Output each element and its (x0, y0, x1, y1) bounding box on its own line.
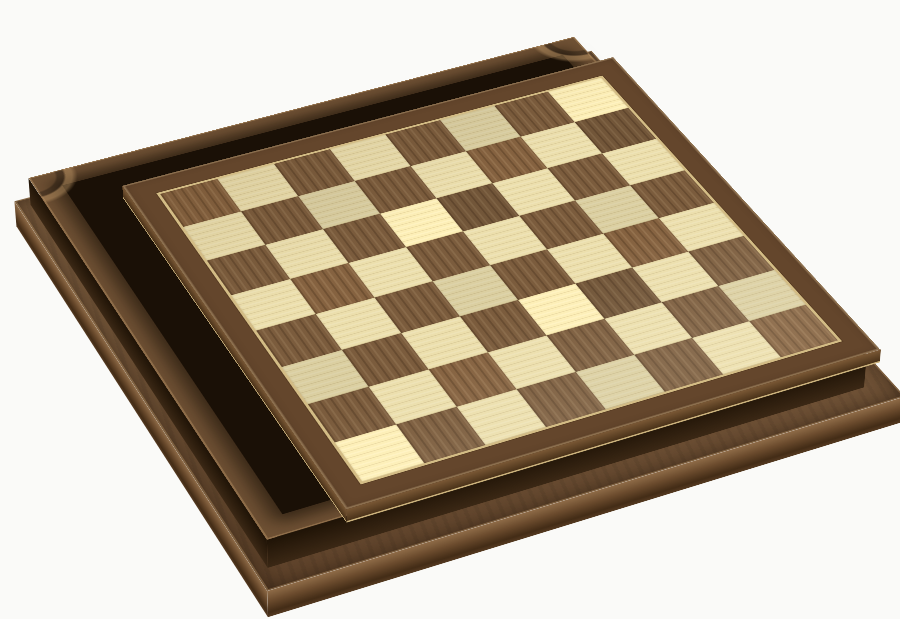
product-photo-scene (0, 0, 900, 619)
